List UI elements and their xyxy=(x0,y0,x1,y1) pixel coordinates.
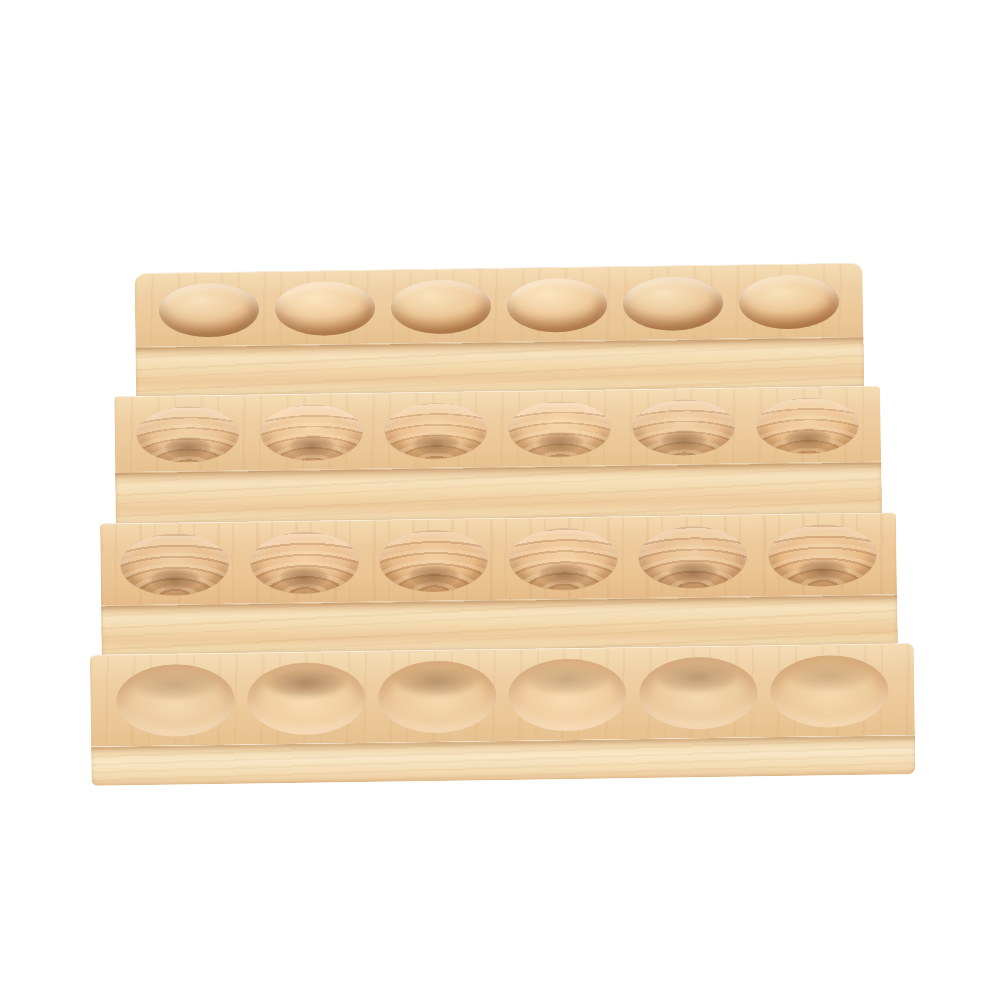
pit-r2-c1[interactable] xyxy=(136,405,239,462)
pit-r4-c4[interactable] xyxy=(508,658,627,732)
tier-top-surface xyxy=(114,386,881,473)
tier-top-surface xyxy=(134,263,863,347)
pit-r2-c6[interactable] xyxy=(756,396,859,453)
tier-top-surface xyxy=(100,512,897,605)
pit-r1-c4[interactable] xyxy=(507,277,608,332)
mancala-rack xyxy=(84,262,915,785)
tier-row-1-back xyxy=(134,263,864,396)
pit-r2-c4[interactable] xyxy=(508,400,611,457)
tier-row-2 xyxy=(114,386,882,524)
pit-r1-c6[interactable] xyxy=(739,274,840,329)
pit-r2-c3[interactable] xyxy=(384,402,487,459)
pit-r4-c2[interactable] xyxy=(247,661,366,735)
pit-r3-c2[interactable] xyxy=(250,530,359,594)
pit-r3-c4[interactable] xyxy=(509,527,618,591)
pit-r3-c5[interactable] xyxy=(638,525,747,589)
pit-r3-c6[interactable] xyxy=(768,523,877,587)
pit-r4-c5[interactable] xyxy=(639,656,758,730)
tier-row-3 xyxy=(100,512,898,654)
pit-r3-c3[interactable] xyxy=(379,529,488,593)
tier-row-4-front xyxy=(90,643,916,785)
pit-r4-c1[interactable] xyxy=(116,663,235,737)
pit-r2-c5[interactable] xyxy=(632,398,735,455)
tier-top-surface xyxy=(90,643,915,746)
pit-r1-c1[interactable] xyxy=(159,282,260,337)
pit-r4-c3[interactable] xyxy=(377,660,496,734)
product-photo-stage xyxy=(0,0,1000,1000)
pit-r2-c2[interactable] xyxy=(260,403,363,460)
pit-r1-c2[interactable] xyxy=(275,280,376,335)
pit-r3-c1[interactable] xyxy=(120,532,229,596)
pit-r1-c3[interactable] xyxy=(391,279,492,334)
pit-r4-c6[interactable] xyxy=(770,654,889,728)
pit-r1-c5[interactable] xyxy=(623,275,724,330)
